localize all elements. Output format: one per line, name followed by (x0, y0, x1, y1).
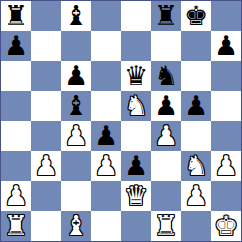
square-f7[interactable] (151, 31, 181, 61)
square-f1[interactable]: ♜ (151, 211, 181, 241)
square-b5[interactable] (31, 91, 61, 121)
square-e1[interactable] (121, 211, 151, 241)
square-b4[interactable] (31, 121, 61, 151)
square-f8[interactable]: ♜ (151, 1, 181, 31)
white-pawn-icon[interactable]: ♟ (184, 181, 208, 211)
square-f6[interactable]: ♞ (151, 61, 181, 91)
square-h2[interactable] (211, 181, 241, 211)
square-b8[interactable] (31, 1, 61, 31)
square-c5[interactable]: ♝ (61, 91, 91, 121)
square-a6[interactable] (1, 61, 31, 91)
square-h1[interactable]: ♚ (211, 211, 241, 241)
black-pawn-icon[interactable]: ♟ (124, 151, 148, 181)
white-pawn-icon[interactable]: ♟ (94, 151, 118, 181)
square-f4[interactable]: ♟ (151, 121, 181, 151)
square-g5[interactable]: ♟ (181, 91, 211, 121)
white-king-icon[interactable]: ♚ (214, 211, 238, 241)
square-c4[interactable]: ♟ (61, 121, 91, 151)
black-pawn-icon[interactable]: ♟ (64, 61, 88, 91)
square-c1[interactable]: ♝ (61, 211, 91, 241)
square-a7[interactable]: ♟ (1, 31, 31, 61)
square-d1[interactable] (91, 211, 121, 241)
white-bishop-icon[interactable]: ♝ (64, 211, 88, 241)
square-b3[interactable]: ♟ (31, 151, 61, 181)
square-g6[interactable] (181, 61, 211, 91)
square-a4[interactable] (1, 121, 31, 151)
square-g7[interactable] (181, 31, 211, 61)
square-e4[interactable] (121, 121, 151, 151)
white-pawn-icon[interactable]: ♟ (4, 181, 28, 211)
black-pawn-icon[interactable]: ♟ (4, 31, 28, 61)
square-e2[interactable]: ♛ (121, 181, 151, 211)
square-b7[interactable] (31, 31, 61, 61)
square-g1[interactable] (181, 211, 211, 241)
square-e6[interactable]: ♛ (121, 61, 151, 91)
square-c6[interactable]: ♟ (61, 61, 91, 91)
square-c3[interactable] (61, 151, 91, 181)
square-g8[interactable]: ♚ (181, 1, 211, 31)
black-bishop-icon[interactable]: ♝ (64, 1, 88, 31)
square-h4[interactable] (211, 121, 241, 151)
black-pawn-icon[interactable]: ♟ (154, 91, 178, 121)
white-rook-icon[interactable]: ♜ (154, 211, 178, 241)
black-knight-icon[interactable]: ♞ (154, 61, 178, 91)
square-f5[interactable]: ♟ (151, 91, 181, 121)
black-pawn-icon[interactable]: ♟ (184, 91, 208, 121)
square-h6[interactable] (211, 61, 241, 91)
white-pawn-icon[interactable]: ♟ (64, 121, 88, 151)
square-a3[interactable] (1, 151, 31, 181)
square-e5[interactable]: ♞ (121, 91, 151, 121)
square-d3[interactable]: ♟ (91, 151, 121, 181)
square-c2[interactable] (61, 181, 91, 211)
chess-board: ♜♝♜♚♟♟♟♛♞♝♞♟♟♟♟♟♟♟♟♞♟♟♛♟♜♝♜♚ (1, 1, 241, 241)
square-b2[interactable] (31, 181, 61, 211)
black-pawn-icon[interactable]: ♟ (94, 121, 118, 151)
square-c8[interactable]: ♝ (61, 1, 91, 31)
square-f3[interactable] (151, 151, 181, 181)
white-knight-icon[interactable]: ♞ (124, 91, 148, 121)
square-f2[interactable] (151, 181, 181, 211)
white-pawn-icon[interactable]: ♟ (34, 151, 58, 181)
square-g2[interactable]: ♟ (181, 181, 211, 211)
square-h3[interactable]: ♟ (211, 151, 241, 181)
white-queen-icon[interactable]: ♛ (124, 181, 148, 211)
square-e8[interactable] (121, 1, 151, 31)
square-a2[interactable]: ♟ (1, 181, 31, 211)
black-rook-icon[interactable]: ♜ (154, 1, 178, 31)
black-bishop-icon[interactable]: ♝ (64, 91, 88, 121)
square-d2[interactable] (91, 181, 121, 211)
square-d6[interactable] (91, 61, 121, 91)
square-b1[interactable] (31, 211, 61, 241)
white-rook-icon[interactable]: ♜ (4, 211, 28, 241)
square-g4[interactable] (181, 121, 211, 151)
black-queen-icon[interactable]: ♛ (124, 61, 148, 91)
square-d5[interactable] (91, 91, 121, 121)
square-c7[interactable] (61, 31, 91, 61)
white-pawn-icon[interactable]: ♟ (214, 151, 238, 181)
square-h5[interactable] (211, 91, 241, 121)
square-d8[interactable] (91, 1, 121, 31)
square-h7[interactable]: ♟ (211, 31, 241, 61)
square-g3[interactable]: ♞ (181, 151, 211, 181)
square-a5[interactable] (1, 91, 31, 121)
square-d4[interactable]: ♟ (91, 121, 121, 151)
square-e7[interactable] (121, 31, 151, 61)
square-a1[interactable]: ♜ (1, 211, 31, 241)
black-king-icon[interactable]: ♚ (184, 1, 208, 31)
black-rook-icon[interactable]: ♜ (4, 1, 28, 31)
black-pawn-icon[interactable]: ♟ (214, 31, 238, 61)
square-b6[interactable] (31, 61, 61, 91)
square-h8[interactable] (211, 1, 241, 31)
square-d7[interactable] (91, 31, 121, 61)
white-knight-icon[interactable]: ♞ (184, 151, 208, 181)
square-a8[interactable]: ♜ (1, 1, 31, 31)
chess-board-frame: ♜♝♜♚♟♟♟♛♞♝♞♟♟♟♟♟♟♟♟♞♟♟♛♟♜♝♜♚ (0, 0, 242, 242)
square-e3[interactable]: ♟ (121, 151, 151, 181)
white-pawn-icon[interactable]: ♟ (154, 121, 178, 151)
